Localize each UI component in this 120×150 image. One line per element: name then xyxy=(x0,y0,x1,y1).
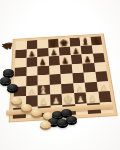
black-knight[interactable]: ♞ xyxy=(92,35,101,45)
square-f4[interactable] xyxy=(72,73,85,83)
square-b6[interactable] xyxy=(26,57,37,67)
square-d7[interactable]: ♟ xyxy=(48,47,59,56)
black-checker-disc[interactable] xyxy=(66,116,77,123)
light-checker-disc[interactable] xyxy=(40,121,51,128)
black-pawn[interactable]: ♟ xyxy=(28,50,35,58)
fallen-black-knight[interactable]: ♞ xyxy=(0,38,15,53)
square-c7[interactable] xyxy=(37,48,48,57)
white-pawn[interactable]: ♟ xyxy=(52,97,60,106)
square-h8[interactable]: ♞ xyxy=(90,36,102,45)
square-a6[interactable] xyxy=(15,58,26,68)
square-h3[interactable]: ♟ xyxy=(96,81,109,92)
square-g6[interactable]: ♟ xyxy=(81,54,93,64)
square-b8[interactable] xyxy=(26,40,37,49)
square-c6[interactable]: ♟ xyxy=(37,56,48,66)
square-b7[interactable]: ♟ xyxy=(26,48,37,57)
square-f5[interactable] xyxy=(71,63,83,73)
square-g3[interactable] xyxy=(85,82,98,93)
square-g8[interactable]: ♝ xyxy=(80,37,92,46)
black-king[interactable]: ♚ xyxy=(59,37,68,47)
light-checker-disc[interactable] xyxy=(31,109,42,116)
square-e8[interactable]: ♚ xyxy=(58,38,69,47)
square-h7[interactable] xyxy=(91,44,103,53)
square-f7[interactable]: ♟ xyxy=(70,46,82,55)
square-e2[interactable]: ♚ xyxy=(62,93,75,104)
square-c4[interactable] xyxy=(37,75,49,85)
black-pawn[interactable]: ♟ xyxy=(39,58,46,66)
light-checker-disc[interactable] xyxy=(21,104,32,111)
square-f8[interactable] xyxy=(69,38,81,47)
square-g5[interactable] xyxy=(82,63,95,73)
black-queen[interactable]: ♛ xyxy=(49,38,58,48)
square-d8[interactable]: ♛ xyxy=(48,39,59,48)
square-d3[interactable] xyxy=(49,84,61,95)
square-c5[interactable] xyxy=(37,65,49,75)
square-b4[interactable] xyxy=(26,75,38,85)
black-checker-disc[interactable] xyxy=(61,109,72,116)
square-h6[interactable] xyxy=(92,53,104,63)
white-pawn[interactable]: ♟ xyxy=(40,97,48,106)
square-d4[interactable] xyxy=(49,74,61,84)
square-e5[interactable] xyxy=(60,64,72,74)
black-pawn[interactable]: ♟ xyxy=(84,55,91,63)
product-photo-background: ♛♚♝♞♟♟♟♟♟♟♟♝♟♟♟♟♟♚♟♟ ♞ xyxy=(0,0,120,150)
square-f6[interactable] xyxy=(70,54,82,64)
white-pawn[interactable]: ♟ xyxy=(76,95,84,104)
square-e7[interactable] xyxy=(59,46,71,55)
black-pawn[interactable]: ♟ xyxy=(50,49,57,57)
square-g2[interactable]: ♟ xyxy=(86,92,99,103)
white-pawn[interactable]: ♟ xyxy=(89,94,97,103)
square-d5[interactable] xyxy=(49,65,61,75)
light-checker-disc[interactable] xyxy=(11,97,22,104)
square-d2[interactable]: ♟ xyxy=(50,94,63,105)
black-checker-disc[interactable] xyxy=(3,69,14,76)
square-c2[interactable]: ♟ xyxy=(38,95,50,106)
square-g7[interactable] xyxy=(80,45,92,54)
white-king[interactable]: ♚ xyxy=(63,93,73,104)
square-h2[interactable] xyxy=(98,91,112,102)
square-c8[interactable] xyxy=(37,40,48,49)
square-a8[interactable] xyxy=(16,41,27,50)
square-a7[interactable] xyxy=(15,49,26,58)
square-f2[interactable]: ♟ xyxy=(74,92,87,103)
black-pawn[interactable]: ♟ xyxy=(72,47,79,55)
square-f3[interactable]: ♟ xyxy=(73,82,86,93)
square-c3[interactable]: ♝ xyxy=(38,84,50,95)
black-checker-disc[interactable] xyxy=(0,77,11,84)
white-pawn[interactable]: ♟ xyxy=(28,88,36,97)
black-bishop[interactable]: ♝ xyxy=(81,36,90,46)
square-e6[interactable]: ♟ xyxy=(59,55,71,65)
square-b3[interactable]: ♟ xyxy=(26,85,38,96)
square-e3[interactable] xyxy=(61,83,74,94)
white-pawn[interactable]: ♟ xyxy=(76,85,84,94)
black-checker-disc[interactable] xyxy=(7,84,18,91)
square-d6[interactable] xyxy=(48,56,60,66)
square-g4[interactable] xyxy=(83,72,96,82)
black-pawn[interactable]: ♟ xyxy=(62,57,69,65)
square-h4[interactable] xyxy=(95,71,108,81)
square-e4[interactable] xyxy=(60,73,72,83)
white-pawn[interactable]: ♟ xyxy=(99,83,107,92)
square-h5[interactable] xyxy=(94,62,107,72)
square-a5[interactable] xyxy=(15,67,27,77)
square-b5[interactable] xyxy=(26,66,37,76)
white-bishop[interactable]: ♝ xyxy=(38,84,48,95)
